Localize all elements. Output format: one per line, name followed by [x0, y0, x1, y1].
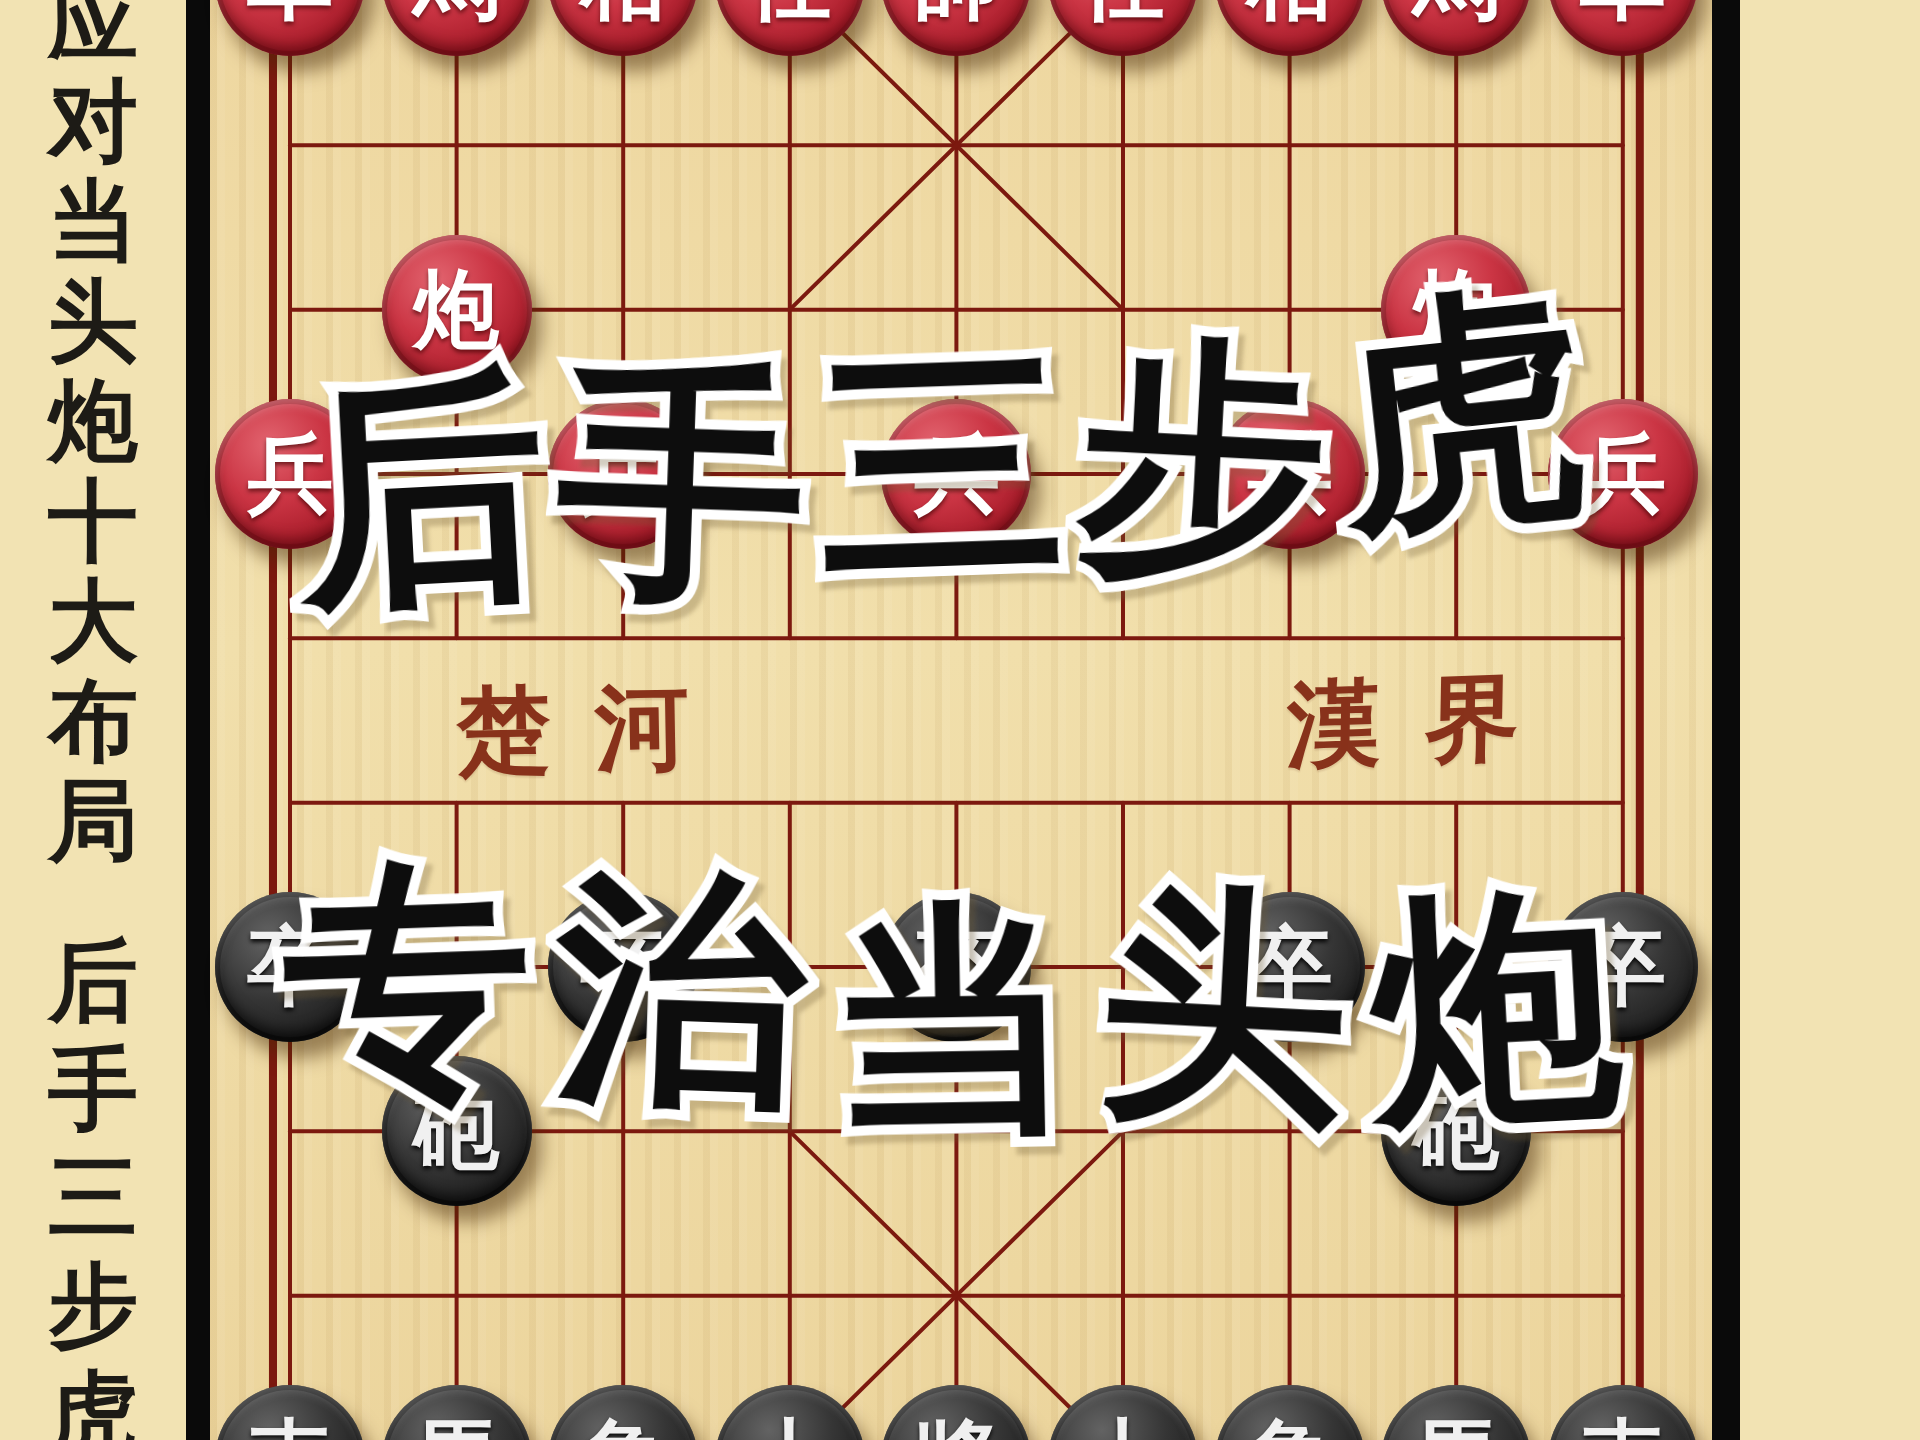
- piece-black-cannon[interactable]: 砲: [382, 1056, 532, 1206]
- piece-black-soldier[interactable]: 卒: [1215, 892, 1365, 1042]
- piece-glyph: 炮: [1413, 267, 1499, 353]
- piece-glyph: 相: [580, 0, 666, 24]
- caption-char: 三: [47, 1148, 139, 1248]
- piece-glyph: 卒: [913, 924, 999, 1010]
- piece-black-soldier[interactable]: 卒: [215, 892, 365, 1042]
- piece-glyph: 兵: [913, 431, 999, 517]
- piece-black-soldier[interactable]: 卒: [548, 892, 698, 1042]
- piece-red-soldier[interactable]: 兵: [215, 399, 365, 549]
- piece-glyph: 仕: [1080, 0, 1166, 24]
- piece-glyph: 帥: [913, 0, 999, 24]
- screenshot-root: 应对当头炮十大布局 后手三步虎 楚河 漢界 車馬相仕帥仕相馬車炮炮兵兵兵兵兵卒卒…: [0, 0, 1920, 1440]
- caption-char: 步: [47, 1256, 139, 1356]
- piece-glyph: 砲: [1413, 1088, 1499, 1174]
- piece-glyph: 車: [1580, 0, 1666, 24]
- caption-char: 当: [47, 172, 139, 272]
- left-caption-strip: 应对当头炮十大布局 后手三步虎: [0, 0, 186, 1440]
- piece-glyph: 將: [913, 1417, 999, 1440]
- piece-glyph: 馬: [414, 0, 500, 24]
- right-margin-strip: [1740, 0, 1920, 1440]
- caption-char: 手: [47, 1040, 139, 1140]
- piece-black-cannon[interactable]: 砲: [1381, 1056, 1531, 1206]
- piece-red-soldier[interactable]: 兵: [1548, 399, 1698, 549]
- caption-char: 十: [47, 472, 139, 572]
- piece-glyph: 卒: [580, 924, 666, 1010]
- piece-glyph: 兵: [580, 431, 666, 517]
- river-label-chuhe: 楚河: [456, 664, 734, 796]
- piece-glyph: 馬: [1413, 0, 1499, 24]
- piece-glyph: 馬: [1413, 1417, 1499, 1440]
- piece-glyph: 馬: [414, 1417, 500, 1440]
- piece-glyph: 車: [247, 1417, 333, 1440]
- piece-glyph: 炮: [414, 267, 500, 353]
- piece-red-soldier[interactable]: 兵: [548, 399, 698, 549]
- piece-glyph: 兵: [1247, 431, 1333, 517]
- caption-char: 大: [47, 572, 139, 672]
- caption-char: 头: [47, 272, 139, 372]
- piece-glyph: 兵: [247, 431, 333, 517]
- caption-char: 布: [47, 672, 139, 772]
- piece-glyph: 士: [747, 1417, 833, 1440]
- caption-char: 应: [47, 0, 139, 72]
- piece-black-soldier[interactable]: 卒: [881, 892, 1031, 1042]
- piece-glyph: 卒: [247, 924, 333, 1010]
- piece-glyph: 士: [1080, 1417, 1166, 1440]
- caption-char: 后: [47, 932, 139, 1032]
- piece-black-soldier[interactable]: 卒: [1548, 892, 1698, 1042]
- caption-char: 对: [47, 72, 139, 172]
- piece-glyph: 卒: [1580, 924, 1666, 1010]
- left-caption-primary: 应对当头炮十大布局: [47, 0, 139, 872]
- piece-glyph: 仕: [747, 0, 833, 24]
- piece-glyph: 車: [1580, 1417, 1666, 1440]
- piece-red-soldier[interactable]: 兵: [1215, 399, 1365, 549]
- caption-char: 炮: [47, 372, 139, 472]
- piece-glyph: 象: [580, 1417, 666, 1440]
- piece-glyph: 兵: [1580, 431, 1666, 517]
- piece-glyph: 車: [247, 0, 333, 24]
- piece-glyph: 相: [1247, 0, 1333, 24]
- piece-red-cannon[interactable]: 炮: [1381, 235, 1531, 385]
- piece-red-cannon[interactable]: 炮: [382, 235, 532, 385]
- river-label-hanjie: 漢界: [1286, 653, 1564, 790]
- left-divider-bar: [186, 0, 210, 1440]
- right-divider-bar: [1712, 0, 1740, 1440]
- piece-glyph: 卒: [1247, 924, 1333, 1010]
- piece-red-soldier[interactable]: 兵: [881, 399, 1031, 549]
- piece-glyph: 砲: [414, 1088, 500, 1174]
- piece-glyph: 象: [1247, 1417, 1333, 1440]
- xiangqi-board: 楚河 漢界 車馬相仕帥仕相馬車炮炮兵兵兵兵兵卒卒卒卒卒砲砲車馬象士將士象馬車: [210, 0, 1712, 1440]
- caption-char: 局: [47, 772, 139, 872]
- caption-char: 虎: [47, 1364, 139, 1440]
- left-caption-secondary: 后手三步虎: [47, 932, 139, 1440]
